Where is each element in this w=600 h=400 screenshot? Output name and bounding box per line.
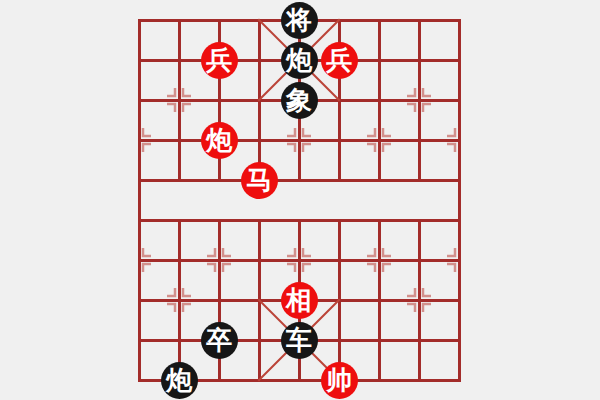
board-point: 将 xyxy=(279,0,319,40)
piece-black-elephant[interactable]: 象 xyxy=(281,82,318,119)
board-point: 卒 xyxy=(199,320,239,360)
piece-layer: 将兵炮兵象炮马相卒车炮帅 xyxy=(119,0,479,400)
board-point: 兵 xyxy=(319,40,359,80)
piece-black-cannon[interactable]: 炮 xyxy=(161,362,198,399)
piece-black-cannon[interactable]: 炮 xyxy=(281,42,318,79)
piece-red-soldier[interactable]: 兵 xyxy=(201,42,238,79)
piece-red-soldier[interactable]: 兵 xyxy=(321,42,358,79)
board-point: 炮 xyxy=(199,120,239,160)
board-point: 帅 xyxy=(319,360,359,400)
xiangqi-screen: 将兵炮兵象炮马相卒车炮帅 xyxy=(0,0,600,400)
board-point: 相 xyxy=(279,280,319,320)
piece-black-general[interactable]: 将 xyxy=(281,2,318,39)
board-point: 兵 xyxy=(199,40,239,80)
board-point: 车 xyxy=(279,320,319,360)
board-point: 象 xyxy=(279,80,319,120)
piece-black-chariot[interactable]: 车 xyxy=(281,322,318,359)
board-point: 炮 xyxy=(159,360,199,400)
piece-red-general[interactable]: 帅 xyxy=(321,362,358,399)
board-point: 炮 xyxy=(279,40,319,80)
piece-red-horse[interactable]: 马 xyxy=(241,162,278,199)
board-point: 马 xyxy=(239,160,279,200)
piece-red-elephant[interactable]: 相 xyxy=(281,282,318,319)
piece-black-soldier[interactable]: 卒 xyxy=(201,322,238,359)
piece-red-cannon[interactable]: 炮 xyxy=(201,122,238,159)
